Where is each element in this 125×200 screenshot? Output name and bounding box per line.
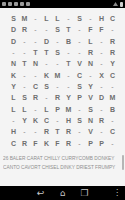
grid-cell[interactable]: - xyxy=(8,47,19,58)
grid-cell[interactable]: S xyxy=(19,92,30,103)
grid-cell[interactable]: - xyxy=(74,36,85,47)
grid-cell[interactable]: Y xyxy=(107,58,118,69)
grid-cell[interactable]: K xyxy=(30,115,41,126)
grid-cell[interactable]: Y xyxy=(19,115,30,126)
grid-cell[interactable]: L xyxy=(85,36,96,47)
grid-cell[interactable]: - xyxy=(74,138,85,149)
grid-cell[interactable]: - xyxy=(107,81,118,92)
grid-cell[interactable]: F xyxy=(30,138,41,149)
grid-cell[interactable]: S xyxy=(74,13,85,24)
grid-cell[interactable]: - xyxy=(8,115,19,126)
grid-cell[interactable]: K xyxy=(8,70,19,81)
grid-cell[interactable]: X xyxy=(96,70,107,81)
word-list-line-1: 26 BALER CARAT CHILLY CURRYCOMB DONKEY xyxy=(3,155,123,161)
grid-cell[interactable]: - xyxy=(41,24,52,35)
grid-cell[interactable]: R xyxy=(107,47,118,58)
grid-cell[interactable]: Y xyxy=(85,81,96,92)
grid-cell[interactable]: - xyxy=(30,13,41,24)
battery-icon xyxy=(120,2,123,7)
word-list[interactable]: 26 BALER CARAT CHILLY CURRYCOMB DONKEY C… xyxy=(0,153,125,173)
back-icon[interactable]: ↩ xyxy=(36,186,46,200)
grid-cell[interactable]: T xyxy=(63,58,74,69)
grid-cell[interactable]: P xyxy=(96,138,107,149)
status-bar-notifications xyxy=(0,2,32,6)
grid-cell[interactable]: - xyxy=(63,70,74,81)
grid-cell[interactable]: V xyxy=(74,58,85,69)
grid-cell[interactable]: - xyxy=(96,47,107,58)
grid-cell[interactable]: T xyxy=(30,47,41,58)
grid-cell[interactable]: C xyxy=(41,115,52,126)
grid-cell[interactable]: - xyxy=(19,81,30,92)
usb-icon xyxy=(20,2,24,6)
grid-cell[interactable]: - xyxy=(19,126,30,137)
grid-cell[interactable]: M xyxy=(63,104,74,115)
grid-cell[interactable]: N xyxy=(8,58,19,69)
grid-cell[interactable]: C xyxy=(30,81,41,92)
grid-cell[interactable]: - xyxy=(96,81,107,92)
grid-cell[interactable]: P xyxy=(52,104,63,115)
home-icon[interactable]: ⌂ xyxy=(58,186,68,200)
grid-cell[interactable]: C xyxy=(107,13,118,24)
grid-cell[interactable]: L xyxy=(8,92,19,103)
word-list-scrollbar[interactable] xyxy=(122,155,124,170)
grid-cell[interactable]: T xyxy=(41,47,52,58)
grid-cell[interactable]: - xyxy=(74,47,85,58)
grid-cell[interactable]: P xyxy=(74,92,85,103)
grid-cell[interactable]: L xyxy=(8,104,19,115)
grid-cell[interactable]: V xyxy=(85,92,96,103)
status-bar-system xyxy=(111,2,125,7)
grid-cell[interactable]: - xyxy=(96,104,107,115)
grid-cell[interactable]: R xyxy=(85,47,96,58)
grid-cell[interactable]: R xyxy=(30,92,41,103)
grid-cell[interactable]: - xyxy=(30,104,41,115)
grid-cell[interactable]: B xyxy=(107,104,118,115)
grid-cell[interactable]: R xyxy=(96,115,107,126)
grid-cell[interactable]: - xyxy=(30,126,41,137)
grid-cell[interactable]: L xyxy=(41,13,52,24)
storage-icon xyxy=(26,2,30,6)
grid-cell[interactable]: - xyxy=(19,36,30,47)
grid-cell[interactable]: R xyxy=(41,126,52,137)
status-bar xyxy=(0,0,125,8)
grid-cell[interactable]: F xyxy=(96,24,107,35)
grid-cell[interactable]: - xyxy=(52,58,63,69)
grid-cell[interactable]: N xyxy=(85,58,96,69)
grid-cell[interactable]: T xyxy=(52,126,63,137)
grid-cell[interactable]: - xyxy=(107,138,118,149)
wifi-icon xyxy=(113,2,118,6)
grid-cell[interactable]: S xyxy=(74,81,85,92)
grid-cell[interactable]: D xyxy=(8,36,19,47)
grid-cell[interactable]: - xyxy=(63,47,74,58)
grid-cell[interactable]: R xyxy=(52,92,63,103)
grid-cell[interactable]: - xyxy=(30,24,41,35)
grid-cell[interactable]: - xyxy=(41,92,52,103)
grid-cell[interactable]: L xyxy=(19,104,30,115)
grid-cell[interactable]: M xyxy=(52,70,63,81)
grid-cell[interactable]: - xyxy=(41,58,52,69)
grid-cell[interactable]: - xyxy=(63,81,74,92)
grid-cell[interactable]: D xyxy=(41,36,52,47)
grid-cell[interactable]: N xyxy=(85,115,96,126)
grid-cell[interactable]: C xyxy=(74,70,85,81)
grid-cell[interactable]: M xyxy=(107,92,118,103)
grid-cell[interactable]: - xyxy=(52,81,63,92)
grid-cell[interactable]: F xyxy=(52,138,63,149)
grid-cell[interactable]: - xyxy=(30,36,41,47)
grid-cell[interactable]: R xyxy=(63,126,74,137)
grid-cell[interactable]: R xyxy=(63,138,74,149)
menu-icon[interactable]: ⋮ xyxy=(113,186,121,200)
grid-cell[interactable]: - xyxy=(74,104,85,115)
grid-cell[interactable]: H xyxy=(8,126,19,137)
grid-cell[interactable]: T xyxy=(63,24,74,35)
grid-cell[interactable]: V xyxy=(85,126,96,137)
word-search-grid[interactable]: SM-LL-S-HCDR--ST-FF-D--D-B-L-R--TTS--R-R… xyxy=(8,13,118,149)
grid-cell[interactable]: - xyxy=(85,70,96,81)
grid-cell[interactable]: R xyxy=(19,24,30,35)
recents-icon[interactable]: ❐ xyxy=(80,186,90,200)
grid-cell[interactable]: - xyxy=(96,126,107,137)
navigation-bar: ↩ ⌂ ❐ ⋮ xyxy=(0,186,125,200)
grid-cell[interactable]: - xyxy=(96,36,107,47)
grid-cell[interactable]: - xyxy=(107,115,118,126)
grid-cell[interactable]: R xyxy=(19,138,30,149)
grid-cell[interactable]: - xyxy=(74,24,85,35)
grid-cell[interactable]: - xyxy=(96,58,107,69)
grid-cell[interactable]: - xyxy=(107,24,118,35)
grid-cell[interactable]: - xyxy=(74,126,85,137)
grid-cell[interactable]: B xyxy=(63,36,74,47)
notification-icon xyxy=(8,2,12,6)
notification-icon xyxy=(14,2,18,6)
grid-cell[interactable]: C xyxy=(107,70,118,81)
grid-cell[interactable]: P xyxy=(85,138,96,149)
grid-cell[interactable]: S xyxy=(85,104,96,115)
grid-cell[interactable]: F xyxy=(85,24,96,35)
grid-cell[interactable]: L xyxy=(41,104,52,115)
grid-cell[interactable]: - xyxy=(30,70,41,81)
grid-cell[interactable]: - xyxy=(85,13,96,24)
grid-cell[interactable]: D xyxy=(96,92,107,103)
grid-cell[interactable]: H xyxy=(63,115,74,126)
grid-cell[interactable]: - xyxy=(63,13,74,24)
grid-cell[interactable]: R xyxy=(107,36,118,47)
grid-cell[interactable]: - xyxy=(19,70,30,81)
grid-cell[interactable]: C xyxy=(8,138,19,149)
grid-cell[interactable]: - xyxy=(52,36,63,47)
grid-cell[interactable]: M xyxy=(19,13,30,24)
grid-cell[interactable]: S xyxy=(74,115,85,126)
grid-cell[interactable]: S xyxy=(52,24,63,35)
grid-cell[interactable]: - xyxy=(52,115,63,126)
word-list-line-2: CANTO CAVORT CHISEL DINKY DRIEST FRUMPY xyxy=(3,164,123,170)
notification-icon xyxy=(2,2,6,6)
grid-cell[interactable]: S xyxy=(8,13,19,24)
grid-cell[interactable]: Y xyxy=(63,92,74,103)
grid-cell[interactable]: S xyxy=(41,81,52,92)
grid-cell[interactable]: K xyxy=(41,70,52,81)
grid-cell[interactable]: K xyxy=(41,138,52,149)
grid-cell[interactable]: C xyxy=(107,126,118,137)
grid-cell[interactable]: S xyxy=(52,47,63,58)
grid-cell[interactable]: L xyxy=(52,13,63,24)
grid-cell[interactable]: D xyxy=(8,24,19,35)
grid-cell[interactable]: H xyxy=(96,13,107,24)
grid-cell[interactable]: Y xyxy=(8,81,19,92)
grid-cell[interactable]: T xyxy=(19,58,30,69)
grid-cell[interactable]: - xyxy=(19,47,30,58)
grid-cell[interactable]: N xyxy=(30,58,41,69)
